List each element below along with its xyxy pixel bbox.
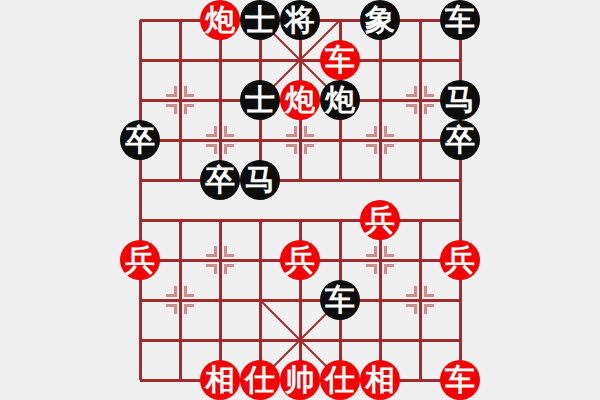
- piece-black-general[interactable]: 将: [280, 0, 320, 40]
- piece-black-elephant[interactable]: 象: [360, 0, 400, 40]
- piece-red-soldier[interactable]: 兵: [440, 240, 480, 280]
- piece-black-soldier[interactable]: 卒: [120, 120, 160, 160]
- pieces-layer: 炮士将象车车士炮炮马卒卒卒马兵兵兵兵车相仕帅仕相车: [120, 0, 480, 400]
- piece-red-advisor[interactable]: 仕: [320, 360, 360, 400]
- piece-red-soldier[interactable]: 兵: [360, 200, 400, 240]
- piece-black-advisor[interactable]: 士: [240, 80, 280, 120]
- piece-black-cannon[interactable]: 炮: [320, 80, 360, 120]
- piece-red-chariot[interactable]: 车: [320, 40, 360, 80]
- piece-red-cannon[interactable]: 炮: [200, 0, 240, 40]
- xiangqi-screen: 炮士将象车车士炮炮马卒卒卒马兵兵兵兵车相仕帅仕相车: [0, 0, 600, 400]
- piece-red-soldier[interactable]: 兵: [280, 240, 320, 280]
- piece-black-chariot[interactable]: 车: [320, 280, 360, 320]
- xiangqi-board: 炮士将象车车士炮炮马卒卒卒马兵兵兵兵车相仕帅仕相车: [0, 0, 600, 400]
- piece-black-soldier[interactable]: 卒: [440, 120, 480, 160]
- piece-black-advisor[interactable]: 士: [240, 0, 280, 40]
- piece-red-cannon[interactable]: 炮: [280, 80, 320, 120]
- piece-black-chariot[interactable]: 车: [440, 0, 480, 40]
- piece-red-soldier[interactable]: 兵: [120, 240, 160, 280]
- piece-black-soldier[interactable]: 卒: [200, 160, 240, 200]
- piece-black-horse[interactable]: 马: [440, 80, 480, 120]
- piece-red-advisor[interactable]: 仕: [240, 360, 280, 400]
- piece-red-elephant[interactable]: 相: [200, 360, 240, 400]
- piece-black-horse[interactable]: 马: [240, 160, 280, 200]
- piece-red-chariot[interactable]: 车: [440, 360, 480, 400]
- piece-red-general[interactable]: 帅: [280, 360, 320, 400]
- piece-red-elephant[interactable]: 相: [360, 360, 400, 400]
